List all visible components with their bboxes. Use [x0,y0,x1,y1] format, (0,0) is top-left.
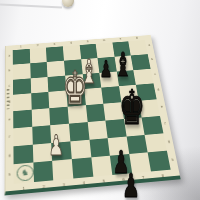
file-label-top-4: 4 [69,41,74,44]
file-label-bottom-1: 1 [21,187,27,191]
table-seam-line [0,3,62,8]
file-label-top-3: 3 [52,43,57,46]
square-a1 [13,49,30,65]
white-pawn-g2: ♟ [48,132,63,160]
knight-crest-icon: ♞ [21,168,29,177]
square-a3 [46,46,64,61]
square-h2 [33,161,53,182]
white-bishop-c4: ♝ [80,55,98,88]
square-g4 [70,139,91,159]
file-label-bottom-8: 8 [160,174,167,178]
square-h4 [72,158,93,179]
square-g8 [145,133,167,153]
file-label-top-1: 1 [19,45,24,48]
file-label-bottom-3: 3 [61,183,67,187]
off-board-black-piece-bottom: ♟ [122,169,140,200]
black-king-e7: ♚ [119,84,145,132]
rank-label-right-1: a [146,43,152,46]
rank-label-right-3: c [152,73,158,76]
square-d2 [31,92,50,110]
square-b8 [131,54,151,70]
square-f8 [142,116,163,135]
square-g1 [13,144,33,164]
square-f4 [69,122,89,141]
square-e2 [31,108,50,126]
file-label-top-6: 6 [102,39,107,42]
rank-label-left-4: d [7,101,13,105]
rank-label-right-2: b [149,58,155,61]
rank-label-left-3: c [7,84,12,87]
square-e5 [85,104,105,122]
file-label-bottom-2: 2 [41,185,47,189]
rank-label-left-5: e [7,117,13,121]
rank-label-right-7: g [166,140,172,144]
square-h3 [52,159,73,180]
square-f1 [13,127,32,146]
rank-label-left-2: b [7,69,12,72]
file-label-top-8: 8 [134,37,139,40]
square-g5 [89,138,110,158]
square-b2 [30,62,48,78]
square-c1 [13,78,31,95]
square-b1 [13,63,31,79]
rank-label-right-6: f [162,122,168,126]
square-e1 [13,110,32,128]
file-label-top-5: 5 [85,40,90,43]
rank-label-right-4: d [155,88,161,91]
file-label-top-2: 2 [35,44,40,47]
chessboard-photo: aa11bb22cc33dd44ee55ff66gg77hh88 ♞ ♚♝♟♚♝… [0,0,200,200]
file-label-bottom-7: 7 [140,176,147,180]
rank-label-right-5: e [159,105,165,109]
square-h5 [91,156,113,177]
square-f5 [87,120,107,139]
square-a2 [29,48,46,64]
rank-label-left-1: a [7,54,12,57]
black-bishop-c6: ♝ [114,48,132,81]
file-label-bottom-5: 5 [101,179,107,183]
rank-label-left-8: h [7,173,13,177]
rank-label-left-6: f [7,135,13,139]
rank-label-left-7: g [7,154,13,158]
offboard-white-piece-knob [62,0,74,7]
square-h8 [148,151,171,172]
rank-label-right-8: h [170,158,177,162]
file-label-top-7: 7 [118,38,123,41]
square-c2 [30,77,48,94]
file-label-bottom-4: 4 [81,181,87,185]
black-pawn-c5-c5: ♟ [100,57,113,80]
square-a4 [63,45,81,60]
square-d1 [13,94,31,112]
